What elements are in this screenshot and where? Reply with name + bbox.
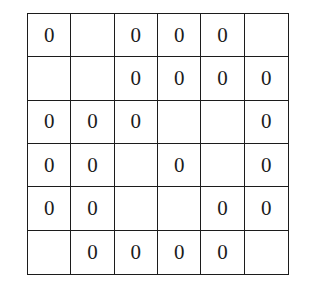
grid-cell-r6c2[interactable]: 0 <box>71 231 114 274</box>
grid-cell-r4c6[interactable]: 0 <box>245 144 288 187</box>
grid-cell-r2c2[interactable] <box>71 57 114 100</box>
grid-cell-r5c3[interactable] <box>115 187 158 230</box>
grid-cell-r4c4[interactable]: 0 <box>158 144 201 187</box>
grid-cell-r4c2[interactable]: 0 <box>71 144 114 187</box>
grid-cell-r1c4[interactable]: 0 <box>158 14 201 57</box>
grid-cell-r6c6[interactable] <box>245 231 288 274</box>
grid-cell-r3c2[interactable]: 0 <box>71 101 114 144</box>
grid-cell-r1c2[interactable] <box>71 14 114 57</box>
grid-cell-r3c4[interactable] <box>158 101 201 144</box>
grid-cell-r6c4[interactable]: 0 <box>158 231 201 274</box>
grid-cell-r2c3[interactable]: 0 <box>115 57 158 100</box>
grid-cell-r4c5[interactable] <box>201 144 244 187</box>
grid-cell-r5c1[interactable]: 0 <box>28 187 71 230</box>
grid-cell-r1c5[interactable]: 0 <box>201 14 244 57</box>
puzzle-grid: 000000000000000000000000 <box>27 13 289 275</box>
grid-cell-r4c1[interactable]: 0 <box>28 144 71 187</box>
grid-cell-r4c3[interactable] <box>115 144 158 187</box>
grid-cell-r3c5[interactable] <box>201 101 244 144</box>
grid-cell-r6c3[interactable]: 0 <box>115 231 158 274</box>
grid-cell-r2c6[interactable]: 0 <box>245 57 288 100</box>
grid-cell-r3c1[interactable]: 0 <box>28 101 71 144</box>
grid-cell-r5c5[interactable]: 0 <box>201 187 244 230</box>
grid-cell-r1c3[interactable]: 0 <box>115 14 158 57</box>
grid-cell-r3c6[interactable]: 0 <box>245 101 288 144</box>
grid-cell-r1c6[interactable] <box>245 14 288 57</box>
grid-cell-r2c1[interactable] <box>28 57 71 100</box>
grid-cell-r6c5[interactable]: 0 <box>201 231 244 274</box>
grid-cell-r5c2[interactable]: 0 <box>71 187 114 230</box>
grid-cell-r2c5[interactable]: 0 <box>201 57 244 100</box>
grid-cell-r1c1[interactable]: 0 <box>28 14 71 57</box>
grid-cell-r2c4[interactable]: 0 <box>158 57 201 100</box>
grid-cell-r3c3[interactable]: 0 <box>115 101 158 144</box>
grid-cell-r5c4[interactable] <box>158 187 201 230</box>
grid-cell-r6c1[interactable] <box>28 231 71 274</box>
grid-cell-r5c6[interactable]: 0 <box>245 187 288 230</box>
